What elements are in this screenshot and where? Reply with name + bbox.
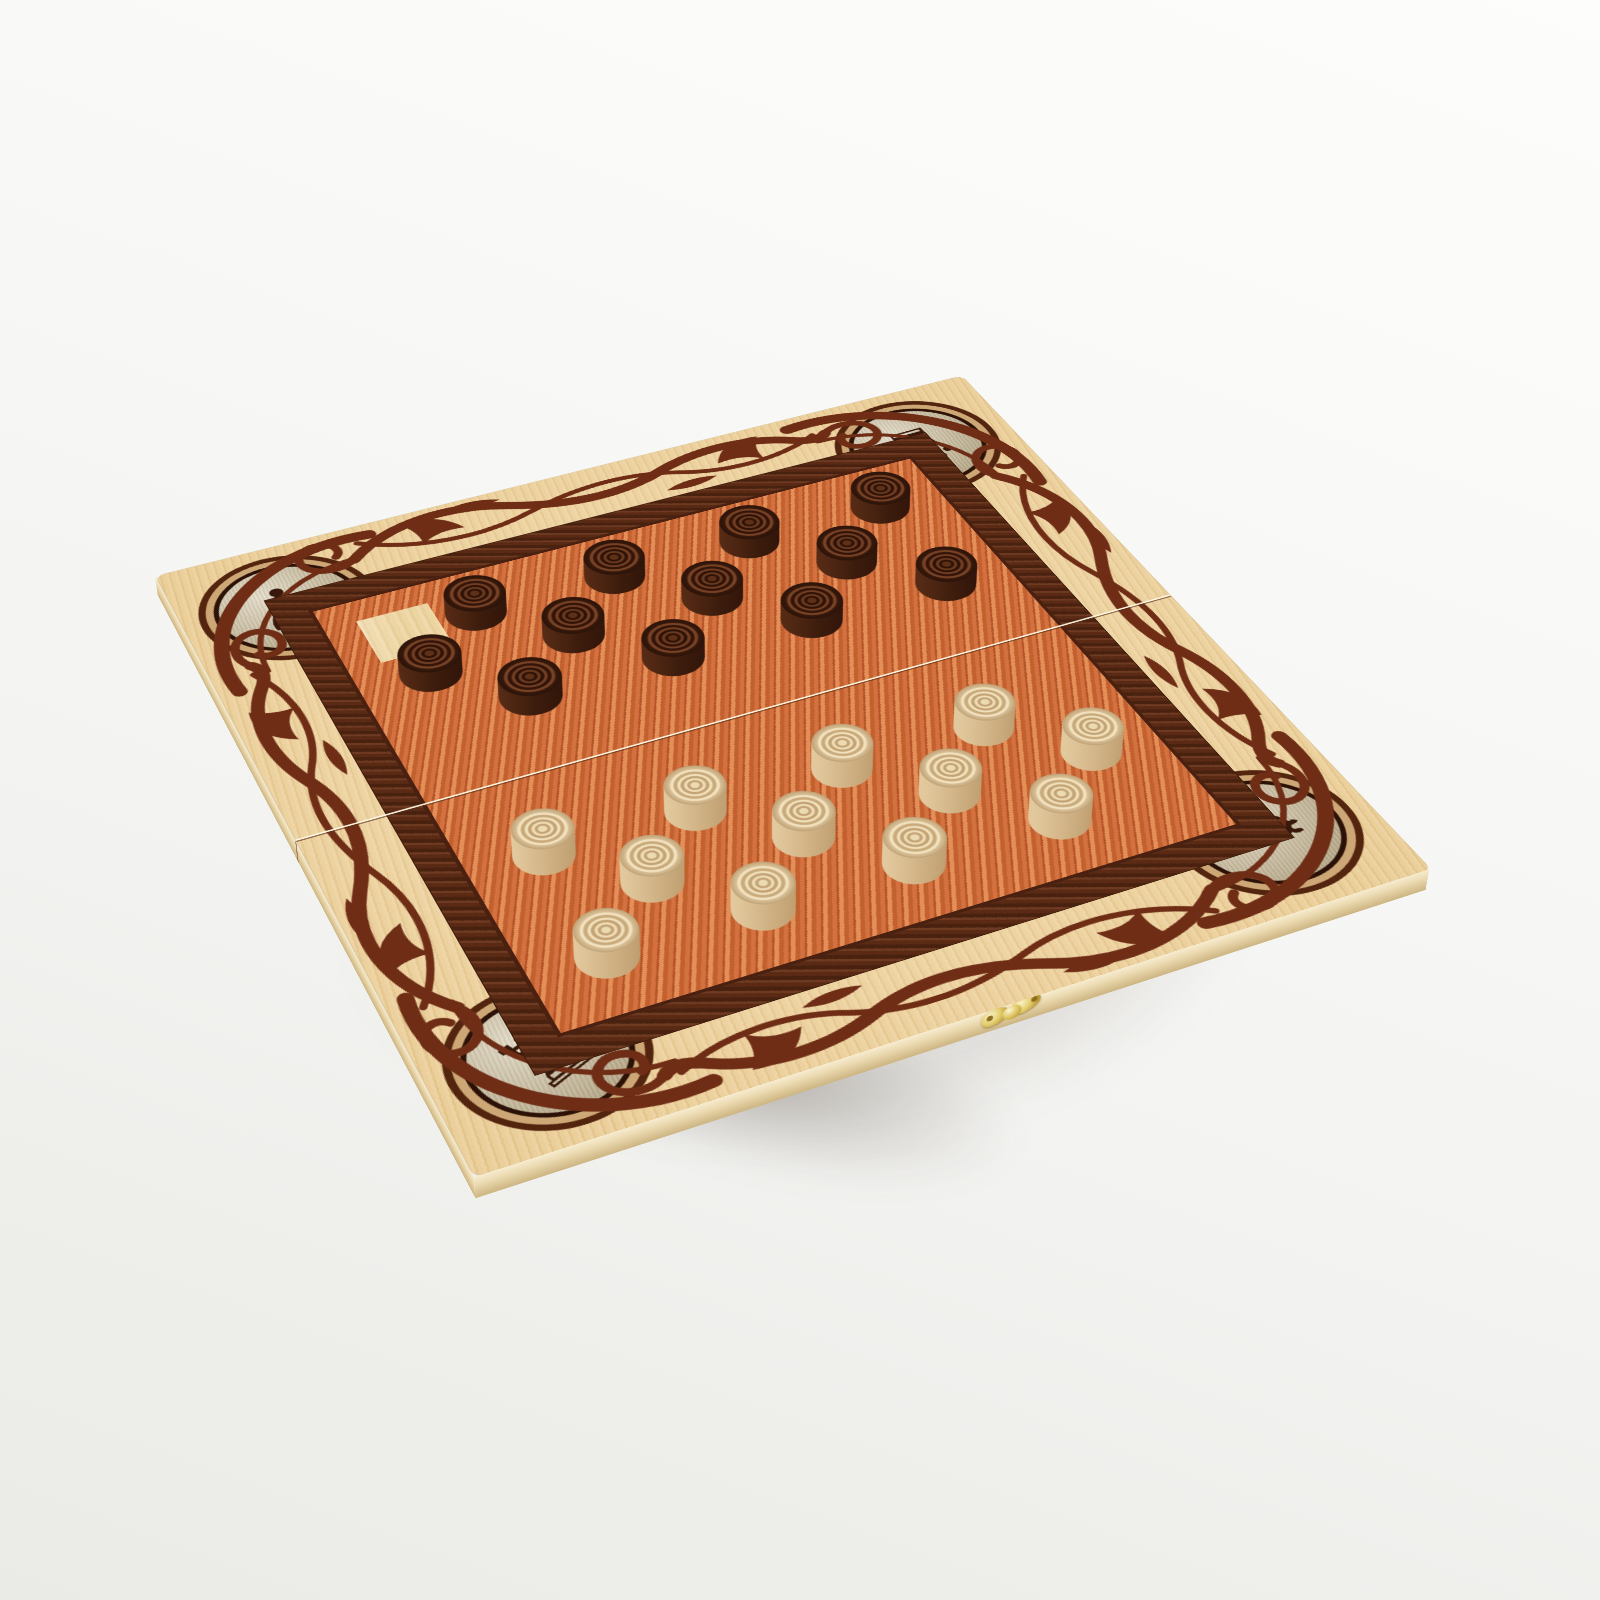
queen-silhouette-icon: ♛ bbox=[865, 416, 972, 476]
photo-stage: hhggffeeddccbbaa1122334455667788 ♛♟♞♜ bbox=[0, 0, 1600, 1600]
pawn-silhouette-icon: ♟ bbox=[232, 572, 345, 642]
